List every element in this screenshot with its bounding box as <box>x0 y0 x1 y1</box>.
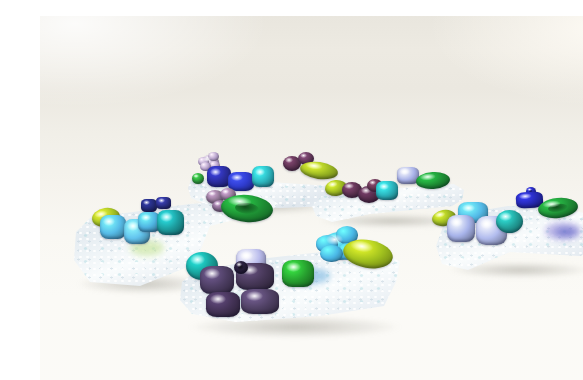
specular-highlight <box>193 174 199 178</box>
specular-highlight <box>143 200 150 205</box>
specular-highlight <box>369 180 376 185</box>
specular-highlight <box>344 183 353 189</box>
specular-highlight <box>208 191 216 196</box>
specular-highlight <box>519 193 532 200</box>
specular-highlight <box>379 183 389 190</box>
glass-bead <box>234 261 248 274</box>
specular-highlight <box>400 168 410 174</box>
specular-highlight <box>286 262 301 272</box>
glass-bar-right <box>430 184 583 288</box>
specular-highlight <box>434 211 446 219</box>
specular-highlight <box>231 174 243 181</box>
specular-highlight <box>236 262 242 267</box>
specular-highlight <box>210 168 221 176</box>
specular-highlight <box>255 168 265 176</box>
specular-highlight <box>480 218 494 229</box>
glass-bar-front <box>176 228 408 364</box>
specular-highlight <box>349 239 373 253</box>
specular-highlight <box>300 153 307 158</box>
specular-highlight <box>141 214 151 222</box>
specular-highlight <box>158 198 165 203</box>
glass-bead <box>192 173 204 184</box>
glass-bead <box>496 210 523 233</box>
specular-highlight <box>210 294 226 304</box>
glass-bead <box>200 266 234 294</box>
specular-highlight <box>450 217 463 227</box>
specular-highlight <box>499 212 511 221</box>
photo-stage <box>40 16 583 380</box>
bead-lobe <box>320 245 342 262</box>
specular-highlight <box>246 291 263 301</box>
specular-highlight <box>190 254 205 265</box>
specular-highlight <box>222 189 229 194</box>
product-photo <box>40 16 583 380</box>
glass-bead <box>100 215 126 239</box>
specular-highlight <box>160 212 172 222</box>
specular-highlight <box>326 234 343 245</box>
glass-bead <box>141 199 157 212</box>
specular-highlight <box>327 181 338 188</box>
glass-bead <box>282 260 314 287</box>
glass-bead <box>241 289 279 314</box>
specular-highlight <box>285 157 293 163</box>
glass-bead <box>252 166 274 187</box>
specular-highlight <box>462 204 476 212</box>
specular-highlight <box>527 188 532 191</box>
glass-bead <box>376 181 398 200</box>
specular-highlight <box>240 251 254 260</box>
slab-color-streak <box>555 228 577 236</box>
glass-bead <box>206 292 240 317</box>
specular-highlight <box>204 268 220 279</box>
specular-highlight <box>103 217 115 226</box>
glass-bead <box>156 197 171 209</box>
specular-highlight <box>420 173 436 181</box>
glass-bead <box>447 215 475 242</box>
